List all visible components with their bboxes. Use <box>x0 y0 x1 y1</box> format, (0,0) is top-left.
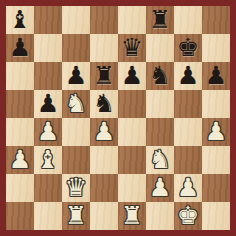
black-rook-d6[interactable]: ♜ <box>90 62 118 90</box>
square-e5[interactable] <box>118 90 146 118</box>
square-h7[interactable] <box>202 34 230 62</box>
black-pawn-e6[interactable]: ♟ <box>118 62 146 90</box>
white-rook-c1[interactable]: ♜ <box>62 202 90 230</box>
square-h3[interactable] <box>202 146 230 174</box>
black-queen-e7[interactable]: ♛ <box>118 34 146 62</box>
square-c5[interactable]: ♞ <box>62 90 90 118</box>
square-g3[interactable] <box>174 146 202 174</box>
white-rook-e1[interactable]: ♜ <box>118 202 146 230</box>
square-a7[interactable]: ♟ <box>6 34 34 62</box>
square-f4[interactable] <box>146 118 174 146</box>
white-knight-c5[interactable]: ♞ <box>62 90 90 118</box>
square-a8[interactable]: ♝ <box>6 6 34 34</box>
black-king-g7[interactable]: ♚ <box>174 34 202 62</box>
white-queen-c2[interactable]: ♛ <box>62 174 90 202</box>
black-rook-f8[interactable]: ♜ <box>146 6 174 34</box>
square-a3[interactable]: ♟ <box>6 146 34 174</box>
square-h6[interactable]: ♟ <box>202 62 230 90</box>
square-c1[interactable]: ♜ <box>62 202 90 230</box>
white-king-g1[interactable]: ♚ <box>174 202 202 230</box>
square-f1[interactable] <box>146 202 174 230</box>
square-d1[interactable] <box>90 202 118 230</box>
black-pawn-c6[interactable]: ♟ <box>62 62 90 90</box>
square-b2[interactable] <box>34 174 62 202</box>
white-pawn-b4[interactable]: ♟ <box>34 118 62 146</box>
square-a4[interactable] <box>6 118 34 146</box>
square-d7[interactable] <box>90 34 118 62</box>
square-b7[interactable] <box>34 34 62 62</box>
square-h1[interactable] <box>202 202 230 230</box>
black-pawn-h6[interactable]: ♟ <box>202 62 230 90</box>
square-c2[interactable]: ♛ <box>62 174 90 202</box>
square-f6[interactable]: ♞ <box>146 62 174 90</box>
square-b5[interactable]: ♟ <box>34 90 62 118</box>
square-f2[interactable]: ♟ <box>146 174 174 202</box>
square-c3[interactable] <box>62 146 90 174</box>
white-knight-f3[interactable]: ♞ <box>146 146 174 174</box>
square-f5[interactable] <box>146 90 174 118</box>
square-f3[interactable]: ♞ <box>146 146 174 174</box>
black-knight-d5[interactable]: ♞ <box>90 90 118 118</box>
square-b1[interactable] <box>34 202 62 230</box>
square-c6[interactable]: ♟ <box>62 62 90 90</box>
square-a6[interactable] <box>6 62 34 90</box>
black-knight-f6[interactable]: ♞ <box>146 62 174 90</box>
black-pawn-g6[interactable]: ♟ <box>174 62 202 90</box>
square-d5[interactable]: ♞ <box>90 90 118 118</box>
square-c8[interactable] <box>62 6 90 34</box>
square-e8[interactable] <box>118 6 146 34</box>
square-a1[interactable] <box>6 202 34 230</box>
square-h4[interactable]: ♟ <box>202 118 230 146</box>
square-g2[interactable]: ♟ <box>174 174 202 202</box>
square-g1[interactable]: ♚ <box>174 202 202 230</box>
square-g6[interactable]: ♟ <box>174 62 202 90</box>
square-c4[interactable] <box>62 118 90 146</box>
square-b4[interactable]: ♟ <box>34 118 62 146</box>
square-a5[interactable] <box>6 90 34 118</box>
square-h5[interactable] <box>202 90 230 118</box>
chess-board-frame: ♝♜♟♛♚♟♜♟♞♟♟♟♞♞♟♟♟♟♝♞♛♟♟♜♜♚ <box>0 0 236 236</box>
chess-board: ♝♜♟♛♚♟♜♟♞♟♟♟♞♞♟♟♟♟♝♞♛♟♟♜♜♚ <box>6 6 230 230</box>
white-pawn-a3[interactable]: ♟ <box>6 146 34 174</box>
white-bishop-b3[interactable]: ♝ <box>34 146 62 174</box>
white-pawn-h4[interactable]: ♟ <box>202 118 230 146</box>
black-pawn-a7[interactable]: ♟ <box>6 34 34 62</box>
square-e6[interactable]: ♟ <box>118 62 146 90</box>
black-pawn-b5[interactable]: ♟ <box>34 90 62 118</box>
square-d4[interactable]: ♟ <box>90 118 118 146</box>
square-f7[interactable] <box>146 34 174 62</box>
square-g8[interactable] <box>174 6 202 34</box>
square-d3[interactable] <box>90 146 118 174</box>
square-g4[interactable] <box>174 118 202 146</box>
square-e2[interactable] <box>118 174 146 202</box>
square-e4[interactable] <box>118 118 146 146</box>
square-b8[interactable] <box>34 6 62 34</box>
square-d2[interactable] <box>90 174 118 202</box>
square-f8[interactable]: ♜ <box>146 6 174 34</box>
black-bishop-a8[interactable]: ♝ <box>6 6 34 34</box>
square-d6[interactable]: ♜ <box>90 62 118 90</box>
square-b6[interactable] <box>34 62 62 90</box>
square-d8[interactable] <box>90 6 118 34</box>
square-e7[interactable]: ♛ <box>118 34 146 62</box>
white-pawn-d4[interactable]: ♟ <box>90 118 118 146</box>
square-e3[interactable] <box>118 146 146 174</box>
square-a2[interactable] <box>6 174 34 202</box>
square-e1[interactable]: ♜ <box>118 202 146 230</box>
square-h8[interactable] <box>202 6 230 34</box>
white-pawn-g2[interactable]: ♟ <box>174 174 202 202</box>
square-g5[interactable] <box>174 90 202 118</box>
square-c7[interactable] <box>62 34 90 62</box>
square-h2[interactable] <box>202 174 230 202</box>
square-b3[interactable]: ♝ <box>34 146 62 174</box>
square-g7[interactable]: ♚ <box>174 34 202 62</box>
white-pawn-f2[interactable]: ♟ <box>146 174 174 202</box>
